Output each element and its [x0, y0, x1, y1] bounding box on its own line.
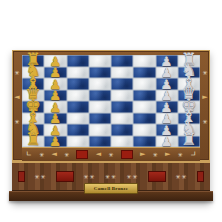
square-a8[interactable]: ♜ [178, 55, 200, 67]
square-e5[interactable] [111, 101, 133, 113]
square-c6[interactable] [133, 78, 155, 90]
square-b4[interactable] [89, 67, 111, 79]
square-c1[interactable]: ♝ [22, 78, 44, 90]
square-a5[interactable] [111, 55, 133, 67]
square-b5[interactable] [111, 67, 133, 79]
square-c8[interactable]: ♝ [178, 78, 200, 90]
square-f5[interactable] [111, 113, 133, 125]
rosette-cluster-icon: ✳✳ [83, 174, 95, 180]
square-b3[interactable] [67, 67, 89, 79]
piece-gold-pawn: ♟ [50, 135, 62, 148]
square-b6[interactable] [133, 67, 155, 79]
square-d7[interactable]: ♟ [156, 90, 178, 102]
piece-gold-rook: ♜ [26, 51, 41, 68]
square-h5[interactable] [111, 136, 133, 148]
box-front-face: ✳✳✳✳✳✳✳✳✳✳Camell Bronze [12, 161, 210, 191]
square-g1[interactable]: ♞ [22, 124, 44, 136]
square-a7[interactable]: ♟ [156, 55, 178, 67]
arrow-inlay-icon: ◄ [96, 151, 101, 158]
square-g4[interactable] [89, 124, 111, 136]
square-h1[interactable]: ♜ [22, 136, 44, 148]
square-d4[interactable] [89, 90, 111, 102]
square-h7[interactable]: ♟ [156, 136, 178, 148]
rosette-cluster-icon: ✳✳ [126, 174, 138, 180]
product-photo: ♜♟♟♜♞♟♟♞♝♟♟♝♛♟♟♛♚♟♟♚♝♟♟♝♞♟♟♞♜♟♟♜ ✳◄✳ ✳►✳… [0, 0, 222, 222]
chess-box: ♜♟♟♜♞♟♟♞♝♟♟♝♛♟♟♛♚♟♟♚♝♟♟♝♞♟♟♞♜♟♟♜ ✳◄✳ ✳►✳… [12, 50, 210, 201]
square-c5[interactable] [111, 78, 133, 90]
piece-silver-rook: ♜ [181, 51, 196, 68]
square-g5[interactable] [111, 124, 133, 136]
square-h4[interactable] [89, 136, 111, 148]
board-frame: ♜♟♟♜♞♟♟♞♝♟♟♝♛♟♟♛♚♟♟♚♝♟♟♝♞♟♟♞♜♟♟♜ ✳◄✳ ✳►✳… [12, 50, 210, 161]
square-f6[interactable] [133, 113, 155, 125]
square-f4[interactable] [89, 113, 111, 125]
rosette-inlay-icon: ✳ [14, 70, 19, 76]
square-a1[interactable]: ♜ [22, 55, 44, 67]
red-end-cap [18, 171, 25, 182]
red-inlay-panel [56, 171, 74, 182]
square-g8[interactable]: ♞ [178, 124, 200, 136]
rosette-inlay-icon: ✳ [108, 152, 113, 158]
rosette-inlay-icon: ✳ [39, 152, 44, 158]
red-inlay [76, 150, 88, 159]
square-g2[interactable]: ♟ [44, 124, 66, 136]
square-h8[interactable]: ♜ [178, 136, 200, 148]
corner-inlay-icon: ∟ [26, 151, 32, 158]
frame-right-border: ✳►✳ [201, 70, 209, 125]
piece-silver-pawn: ♟ [161, 135, 173, 148]
square-d8[interactable]: ♛ [178, 90, 200, 102]
rosette-cluster-icon: ✳✳ [34, 174, 46, 180]
arrow-inlay-icon: ► [202, 94, 207, 101]
square-f8[interactable]: ♝ [178, 113, 200, 125]
arrow-inlay-icon: ◄ [14, 94, 19, 101]
square-h6[interactable] [133, 136, 155, 148]
square-b1[interactable]: ♞ [22, 67, 44, 79]
square-d1[interactable]: ♛ [22, 90, 44, 102]
square-d3[interactable] [67, 90, 89, 102]
rosette-inlay-icon: ✳ [202, 70, 207, 76]
red-inlay-panel [148, 171, 166, 182]
square-e3[interactable] [67, 101, 89, 113]
red-inlay [121, 150, 133, 159]
square-c3[interactable] [67, 78, 89, 90]
rosette-inlay-icon: ✳ [14, 119, 19, 125]
square-c2[interactable]: ♟ [44, 78, 66, 90]
corner-inlay-icon: ∟ [190, 151, 196, 158]
square-e8[interactable]: ♚ [178, 101, 200, 113]
rosette-inlay-icon: ✳ [202, 119, 207, 125]
square-g6[interactable] [133, 124, 155, 136]
square-f7[interactable]: ♟ [156, 113, 178, 125]
arrow-inlay-icon: ◄ [51, 151, 56, 158]
square-e6[interactable] [133, 101, 155, 113]
arrow-inlay-icon: ► [165, 151, 170, 158]
rosette-inlay-icon: ✳ [64, 152, 69, 158]
square-h2[interactable]: ♟ [44, 136, 66, 148]
square-d6[interactable] [133, 90, 155, 102]
square-b2[interactable]: ♟ [44, 67, 66, 79]
square-e7[interactable]: ♟ [156, 101, 178, 113]
rosette-inlay-icon: ✳ [153, 152, 158, 158]
square-b8[interactable]: ♞ [178, 67, 200, 79]
arrow-inlay-icon: ► [140, 151, 145, 158]
square-d5[interactable] [111, 90, 133, 102]
red-end-cap [197, 171, 204, 182]
rosette-cluster-icon: ✳✳ [105, 174, 117, 180]
square-f2[interactable]: ♟ [44, 113, 66, 125]
square-f3[interactable] [67, 113, 89, 125]
square-b7[interactable]: ♟ [156, 67, 178, 79]
rosette-cluster-icon: ✳✳ [175, 174, 187, 180]
square-a3[interactable] [67, 55, 89, 67]
square-e2[interactable]: ♟ [44, 101, 66, 113]
square-g7[interactable]: ♟ [156, 124, 178, 136]
square-h3[interactable] [67, 136, 89, 148]
square-f1[interactable]: ♝ [22, 113, 44, 125]
rosette-inlay-icon: ✳ [178, 152, 183, 158]
square-c7[interactable]: ♟ [156, 78, 178, 90]
brass-nameplate: Camell Bronze [84, 183, 138, 194]
frame-left-border: ✳◄✳ [13, 70, 21, 125]
square-c4[interactable] [89, 78, 111, 90]
frame-front-border: ∟✳◄✳◄✳►✳►✳∟ [22, 147, 200, 161]
square-e1[interactable]: ♚ [22, 101, 44, 113]
square-d2[interactable]: ♟ [44, 90, 66, 102]
square-g3[interactable] [67, 124, 89, 136]
board: ♜♟♟♜♞♟♟♞♝♟♟♝♛♟♟♛♚♟♟♚♝♟♟♝♞♟♟♞♜♟♟♜ [22, 55, 200, 147]
square-a6[interactable] [133, 55, 155, 67]
square-a4[interactable] [89, 55, 111, 67]
square-a2[interactable]: ♟ [44, 55, 66, 67]
square-e4[interactable] [89, 101, 111, 113]
